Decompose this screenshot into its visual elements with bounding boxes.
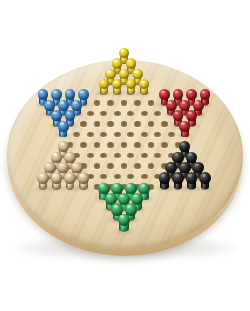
peg-specular-highlight <box>182 101 186 104</box>
peg-specular-highlight <box>107 70 111 73</box>
board-hole[interactable] <box>94 121 101 126</box>
board-hole[interactable] <box>107 121 114 126</box>
board-hole[interactable] <box>141 132 148 137</box>
peg-specular-highlight <box>121 70 125 73</box>
board-hole[interactable] <box>134 142 141 147</box>
board-hole[interactable] <box>114 153 121 158</box>
peg-specular-highlight <box>161 174 165 177</box>
board-hole[interactable] <box>114 174 121 179</box>
peg-specular-highlight <box>114 60 118 62</box>
peg-specular-highlight <box>101 81 105 84</box>
peg-specular-highlight <box>175 174 179 177</box>
peg-specular-highlight <box>188 153 192 156</box>
peg-specular-highlight <box>168 164 172 167</box>
board-hole[interactable] <box>114 132 121 137</box>
peg-specular-highlight <box>195 164 199 167</box>
board-hole[interactable] <box>161 142 168 147</box>
product-photo-stage <box>0 0 250 311</box>
peg-specular-highlight <box>74 101 78 104</box>
board-hole[interactable] <box>141 174 148 179</box>
board-hole[interactable] <box>121 142 128 147</box>
peg-specular-highlight <box>53 153 57 156</box>
board-hole[interactable] <box>80 121 87 126</box>
peg-specular-highlight <box>47 101 51 104</box>
board-hole[interactable] <box>168 132 175 137</box>
board-hole[interactable] <box>141 153 148 158</box>
board-hole[interactable] <box>148 163 155 168</box>
peg-specular-highlight <box>134 70 138 73</box>
board-hole[interactable] <box>134 121 141 126</box>
peg-specular-highlight <box>141 184 145 187</box>
peg-specular-highlight <box>181 122 185 125</box>
board-hole[interactable] <box>161 121 168 126</box>
board-hole[interactable] <box>94 100 101 105</box>
peg-specular-highlight <box>60 101 64 104</box>
board-hole[interactable] <box>87 132 94 137</box>
board-hole[interactable] <box>94 142 101 147</box>
peg-specular-highlight <box>80 174 84 177</box>
board-hole[interactable] <box>134 100 141 105</box>
peg-specular-highlight <box>114 205 118 208</box>
board-hole[interactable] <box>121 121 128 126</box>
peg-specular-highlight <box>53 112 57 115</box>
board-hole[interactable] <box>148 100 155 105</box>
board-hole[interactable] <box>107 100 114 105</box>
board-hole[interactable] <box>121 100 128 105</box>
board-hole[interactable] <box>148 121 155 126</box>
peg-specular-highlight <box>188 112 192 115</box>
board-hole[interactable] <box>134 163 141 168</box>
board-hole[interactable] <box>80 142 87 147</box>
peg-specular-highlight <box>67 174 71 177</box>
board-hole[interactable] <box>141 111 148 116</box>
peg-specular-highlight <box>188 174 192 177</box>
board-hole[interactable] <box>107 163 114 168</box>
board-hole[interactable] <box>121 163 128 168</box>
peg-specular-highlight <box>60 164 64 167</box>
peg-specular-highlight <box>128 81 132 84</box>
peg-specular-highlight <box>168 101 172 104</box>
board-hole[interactable] <box>148 142 155 147</box>
board-hole[interactable] <box>87 153 94 158</box>
peg-specular-highlight <box>114 81 118 84</box>
peg-specular-highlight <box>40 174 44 177</box>
peg-specular-highlight <box>53 174 57 177</box>
board-hole[interactable] <box>114 111 121 116</box>
peg-specular-highlight <box>202 174 206 177</box>
board-hole[interactable] <box>94 163 101 168</box>
peg-specular-highlight <box>195 101 199 104</box>
peg-specular-highlight <box>114 184 118 187</box>
board-hole[interactable] <box>87 111 94 116</box>
peg-specular-highlight <box>60 122 64 125</box>
board-hole[interactable] <box>107 142 114 147</box>
peg-specular-highlight <box>141 81 145 84</box>
